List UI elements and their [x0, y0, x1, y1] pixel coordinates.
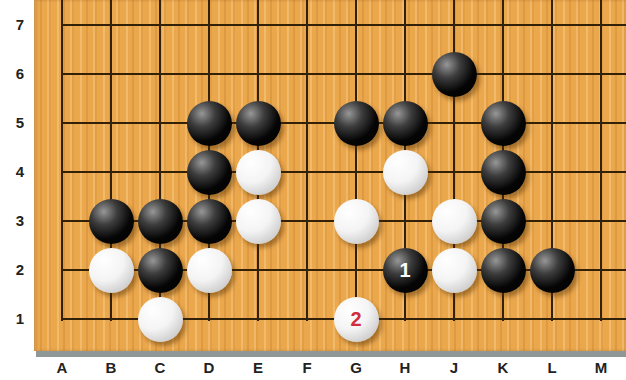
board-bottom-shadow: [36, 351, 626, 357]
column-label-F: F: [287, 359, 327, 377]
stone-white-C1: [138, 297, 183, 342]
move-number-1: 1: [383, 248, 428, 293]
column-label-M: M: [581, 359, 621, 377]
column-label-A: A: [42, 359, 82, 377]
stone-white-H4: [383, 150, 428, 195]
go-board[interactable]: 12: [34, 0, 626, 351]
stone-white-J3: [432, 199, 477, 244]
stone-black-J6: [432, 52, 477, 97]
stone-white-E4: [236, 150, 281, 195]
stone-black-D3: [187, 199, 232, 244]
row-label-3: 3: [0, 212, 40, 230]
row-label-1: 1: [0, 310, 40, 328]
stone-black-D4: [187, 150, 232, 195]
column-label-D: D: [189, 359, 229, 377]
row-label-6: 6: [0, 65, 40, 83]
stone-white-B2: [89, 248, 134, 293]
stone-black-K5: [481, 101, 526, 146]
stone-black-B3: [89, 199, 134, 244]
stone-black-K4: [481, 150, 526, 195]
column-label-C: C: [140, 359, 180, 377]
column-label-K: K: [483, 359, 523, 377]
move-number-2: 2: [334, 297, 379, 342]
column-label-G: G: [336, 359, 376, 377]
column-label-E: E: [238, 359, 278, 377]
stone-black-C2: [138, 248, 183, 293]
stone-black-C3: [138, 199, 183, 244]
stone-black-L2: [530, 248, 575, 293]
stone-white-G1: 2: [334, 297, 379, 342]
stone-black-K3: [481, 199, 526, 244]
stone-black-G5: [334, 101, 379, 146]
row-label-2: 2: [0, 261, 40, 279]
row-label-5: 5: [0, 114, 40, 132]
stone-black-K2: [481, 248, 526, 293]
column-label-H: H: [385, 359, 425, 377]
stone-black-E5: [236, 101, 281, 146]
row-label-7: 7: [0, 16, 40, 34]
column-label-L: L: [532, 359, 572, 377]
stone-black-H5: [383, 101, 428, 146]
column-label-J: J: [434, 359, 474, 377]
stone-white-D2: [187, 248, 232, 293]
row-label-4: 4: [0, 163, 40, 181]
stone-white-G3: [334, 199, 379, 244]
go-diagram: 12 7654321 ABCDEFGHJKLM: [0, 0, 626, 380]
stone-black-H2: 1: [383, 248, 428, 293]
stone-white-J2: [432, 248, 477, 293]
stone-black-D5: [187, 101, 232, 146]
stone-white-E3: [236, 199, 281, 244]
column-label-B: B: [91, 359, 131, 377]
